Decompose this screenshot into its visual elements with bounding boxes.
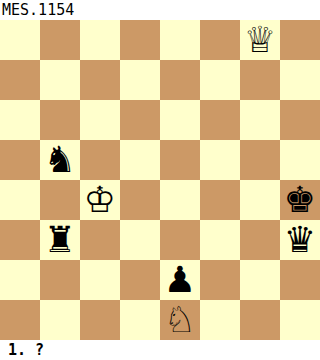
square-d6[interactable] <box>120 100 160 140</box>
square-h4[interactable]: ♚ <box>280 180 320 220</box>
square-e8[interactable] <box>160 20 200 60</box>
square-g5[interactable] <box>240 140 280 180</box>
square-g1[interactable] <box>240 300 280 340</box>
square-b2[interactable] <box>40 260 80 300</box>
square-h3[interactable]: ♛ <box>280 220 320 260</box>
square-h2[interactable] <box>280 260 320 300</box>
square-a1[interactable] <box>0 300 40 340</box>
square-f2[interactable] <box>200 260 240 300</box>
move-prompt: 1. ? <box>0 340 320 360</box>
piece-black-king[interactable]: ♚ <box>284 180 316 220</box>
square-c4[interactable]: ♔ <box>80 180 120 220</box>
square-a3[interactable] <box>0 220 40 260</box>
square-f1[interactable] <box>200 300 240 340</box>
square-g2[interactable] <box>240 260 280 300</box>
square-h7[interactable] <box>280 60 320 100</box>
square-d8[interactable] <box>120 20 160 60</box>
chess-board: ♕♞♔♚♜♛♟♘ <box>0 20 320 340</box>
square-a4[interactable] <box>0 180 40 220</box>
piece-black-rook[interactable]: ♜ <box>44 220 76 260</box>
square-f4[interactable] <box>200 180 240 220</box>
piece-white-king[interactable]: ♔ <box>84 180 116 220</box>
square-d2[interactable] <box>120 260 160 300</box>
square-g3[interactable] <box>240 220 280 260</box>
square-e7[interactable] <box>160 60 200 100</box>
square-d4[interactable] <box>120 180 160 220</box>
piece-black-queen[interactable]: ♛ <box>284 220 316 260</box>
chess-problem-window: MES.1154 ♕♞♔♚♜♛♟♘ 1. ? <box>0 0 320 360</box>
piece-white-knight[interactable]: ♘ <box>164 300 196 340</box>
piece-white-queen[interactable]: ♕ <box>244 20 276 60</box>
square-b1[interactable] <box>40 300 80 340</box>
square-f7[interactable] <box>200 60 240 100</box>
square-g8[interactable]: ♕ <box>240 20 280 60</box>
square-h8[interactable] <box>280 20 320 60</box>
square-a5[interactable] <box>0 140 40 180</box>
problem-title: MES.1154 <box>0 0 320 20</box>
piece-black-pawn[interactable]: ♟ <box>164 260 196 300</box>
square-f8[interactable] <box>200 20 240 60</box>
square-a7[interactable] <box>0 60 40 100</box>
square-c1[interactable] <box>80 300 120 340</box>
square-d7[interactable] <box>120 60 160 100</box>
square-g6[interactable] <box>240 100 280 140</box>
square-a2[interactable] <box>0 260 40 300</box>
square-c3[interactable] <box>80 220 120 260</box>
square-f5[interactable] <box>200 140 240 180</box>
square-d5[interactable] <box>120 140 160 180</box>
square-c8[interactable] <box>80 20 120 60</box>
square-c5[interactable] <box>80 140 120 180</box>
square-g7[interactable] <box>240 60 280 100</box>
square-d3[interactable] <box>120 220 160 260</box>
square-a6[interactable] <box>0 100 40 140</box>
square-f6[interactable] <box>200 100 240 140</box>
square-h6[interactable] <box>280 100 320 140</box>
square-h5[interactable] <box>280 140 320 180</box>
square-e1[interactable]: ♘ <box>160 300 200 340</box>
square-g4[interactable] <box>240 180 280 220</box>
square-a8[interactable] <box>0 20 40 60</box>
square-c6[interactable] <box>80 100 120 140</box>
square-e3[interactable] <box>160 220 200 260</box>
square-d1[interactable] <box>120 300 160 340</box>
square-e2[interactable]: ♟ <box>160 260 200 300</box>
square-b8[interactable] <box>40 20 80 60</box>
square-b7[interactable] <box>40 60 80 100</box>
square-b4[interactable] <box>40 180 80 220</box>
square-f3[interactable] <box>200 220 240 260</box>
square-b6[interactable] <box>40 100 80 140</box>
piece-black-knight[interactable]: ♞ <box>44 140 76 180</box>
square-b3[interactable]: ♜ <box>40 220 80 260</box>
square-c7[interactable] <box>80 60 120 100</box>
square-c2[interactable] <box>80 260 120 300</box>
square-h1[interactable] <box>280 300 320 340</box>
square-e6[interactable] <box>160 100 200 140</box>
square-e4[interactable] <box>160 180 200 220</box>
square-e5[interactable] <box>160 140 200 180</box>
square-b5[interactable]: ♞ <box>40 140 80 180</box>
